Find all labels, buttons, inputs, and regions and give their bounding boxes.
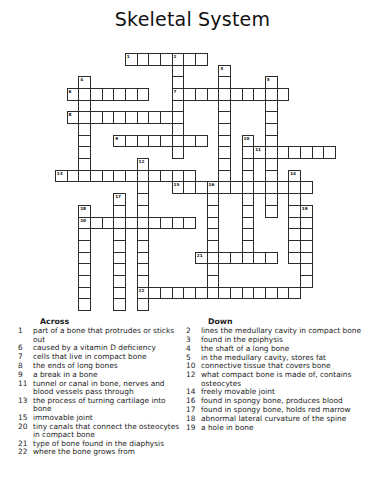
down-clue-text-19: a hole in bone xyxy=(201,424,371,432)
across-clue-num-22: 22 xyxy=(18,448,33,456)
across-clue-text-11: tunnel or canal in bone, nerves and bloo… xyxy=(33,380,183,397)
puzzle-title: Skeletal System xyxy=(0,8,385,30)
across-clue-text-9: a break in a bone xyxy=(33,371,183,379)
grid-cell-r3c19[interactable] xyxy=(277,88,290,101)
across-clue-text-20: tiny canals that connect the osteocytes … xyxy=(33,423,183,440)
across-clue-1: 1part of a bone that protrudes or sticks… xyxy=(18,327,183,344)
across-clue-num-13: 13 xyxy=(18,397,33,414)
across-clue-15: 15immovable joint xyxy=(18,414,183,422)
clue-number-9: 9 xyxy=(115,136,118,141)
crossword-grid: 12345678910111213141516171819202122 xyxy=(55,53,337,312)
across-header: Across xyxy=(40,318,183,326)
down-clue-num-18: 18 xyxy=(186,415,201,423)
clue-number-12: 12 xyxy=(138,159,144,164)
clue-number-19: 19 xyxy=(302,206,308,211)
across-clue-11: 11tunnel or canal in bone, nerves and bl… xyxy=(18,380,183,397)
clue-number-21: 21 xyxy=(197,253,203,258)
clue-number-13: 13 xyxy=(57,171,63,176)
clue-number-1: 1 xyxy=(127,54,130,59)
clue-number-7: 7 xyxy=(173,89,176,94)
grid-cell-r8c10[interactable] xyxy=(172,146,185,159)
across-clue-text-13: the process of turning cartilage into bo… xyxy=(33,397,183,414)
clue-number-11: 11 xyxy=(255,147,261,152)
grid-cell-r19c21[interactable] xyxy=(300,275,313,288)
across-clue-num-1: 1 xyxy=(18,327,33,344)
clue-number-22: 22 xyxy=(138,288,144,293)
grid-cell-r8c23[interactable] xyxy=(323,146,336,159)
grid-cell-r21c5[interactable] xyxy=(113,298,126,311)
clue-number-2: 2 xyxy=(173,54,176,59)
page: Skeletal System 123456789101112131415161… xyxy=(0,0,385,500)
across-clue-22: 22where the bone grows from xyxy=(18,448,183,456)
down-clue-text-18: abnormal lateral curvature of the spine xyxy=(201,415,371,423)
across-clue-num-20: 20 xyxy=(18,423,33,440)
down-clue-num-12: 12 xyxy=(186,371,201,388)
grid-cell-r20c20[interactable] xyxy=(288,287,301,300)
across-clue-9: 9a break in a bone xyxy=(18,371,183,379)
clue-number-17: 17 xyxy=(115,194,121,199)
down-clue-4: 4the shaft of a long bone xyxy=(186,345,371,353)
down-clue-text-4: the shaft of a long bone xyxy=(201,345,371,353)
clue-number-6: 6 xyxy=(68,89,71,94)
clue-number-16: 16 xyxy=(209,182,215,187)
down-clue-12: 12what compact bone is made of, contains… xyxy=(186,371,371,388)
clue-number-8: 8 xyxy=(68,112,71,117)
clue-number-5: 5 xyxy=(267,77,270,82)
down-clue-num-19: 19 xyxy=(186,424,201,432)
grid-cell-r0c12[interactable] xyxy=(195,53,208,66)
clue-number-14: 14 xyxy=(290,171,296,176)
grid-cell-r21c7[interactable] xyxy=(137,298,150,311)
across-clue-num-9: 9 xyxy=(18,371,33,379)
down-clue-list: 2lines the medullary cavity in compact b… xyxy=(186,327,371,432)
clue-number-4: 4 xyxy=(80,77,83,82)
clue-number-20: 20 xyxy=(80,218,86,223)
clue-number-10: 10 xyxy=(244,136,250,141)
across-clue-20: 20tiny canals that connect the osteocyte… xyxy=(18,423,183,440)
across-clues-section: Across 1part of a bone that protrudes or… xyxy=(18,318,183,457)
across-clue-text-15: immovable joint xyxy=(33,414,183,422)
across-clue-text-22: where the bone grows from xyxy=(33,448,183,456)
across-clue-text-1: part of a bone that protrudes or sticks … xyxy=(33,327,183,344)
down-clue-text-12: what compact bone is made of, contains o… xyxy=(201,371,371,388)
down-clues-section: Down 2lines the medullary cavity in comp… xyxy=(186,318,371,432)
grid-cell-r11c21[interactable] xyxy=(300,181,313,194)
clue-number-15: 15 xyxy=(173,182,179,187)
across-clue-num-15: 15 xyxy=(18,414,33,422)
grid-cell-r13c18[interactable] xyxy=(265,205,278,218)
clue-number-3: 3 xyxy=(220,66,223,71)
grid-cell-r7c12[interactable] xyxy=(195,135,208,148)
grid-cell-r17c18[interactable] xyxy=(265,252,278,265)
across-clue-num-11: 11 xyxy=(18,380,33,397)
grid-cell-r14c11[interactable] xyxy=(183,217,196,230)
grid-cell-r21c2[interactable] xyxy=(78,298,91,311)
clue-number-18: 18 xyxy=(80,206,86,211)
down-header: Down xyxy=(208,318,371,326)
grid-cell-r3c7[interactable] xyxy=(137,88,150,101)
down-clue-num-4: 4 xyxy=(186,345,201,353)
across-clue-13: 13the process of turning cartilage into … xyxy=(18,397,183,414)
across-clue-list: 1part of a bone that protrudes or sticks… xyxy=(18,327,183,456)
down-clue-18: 18abnormal lateral curvature of the spin… xyxy=(186,415,371,423)
down-clue-19: 19a hole in bone xyxy=(186,424,371,432)
